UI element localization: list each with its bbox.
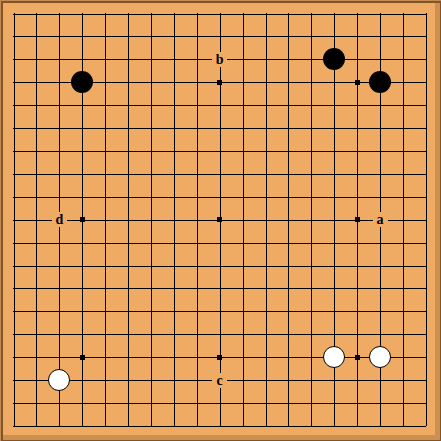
intersection[interactable] bbox=[346, 185, 369, 208]
intersection[interactable] bbox=[162, 392, 185, 415]
intersection[interactable] bbox=[208, 392, 231, 415]
intersection[interactable] bbox=[392, 231, 415, 254]
intersection[interactable] bbox=[162, 231, 185, 254]
intersection[interactable] bbox=[414, 94, 437, 117]
intersection[interactable] bbox=[231, 414, 254, 437]
intersection[interactable] bbox=[231, 48, 254, 71]
intersection[interactable] bbox=[254, 208, 277, 231]
intersection[interactable] bbox=[300, 162, 323, 185]
intersection[interactable] bbox=[71, 323, 94, 346]
intersection[interactable] bbox=[231, 208, 254, 231]
intersection[interactable] bbox=[392, 25, 415, 48]
intersection[interactable] bbox=[300, 254, 323, 277]
intersection[interactable] bbox=[48, 346, 71, 369]
intersection[interactable] bbox=[185, 369, 208, 392]
intersection[interactable] bbox=[208, 254, 231, 277]
intersection[interactable] bbox=[254, 323, 277, 346]
intersection[interactable] bbox=[369, 94, 392, 117]
intersection[interactable] bbox=[117, 94, 140, 117]
intersection[interactable] bbox=[300, 94, 323, 117]
intersection[interactable] bbox=[231, 369, 254, 392]
intersection[interactable] bbox=[2, 346, 25, 369]
intersection[interactable] bbox=[25, 414, 48, 437]
intersection[interactable]: a bbox=[369, 208, 392, 231]
intersection[interactable] bbox=[94, 414, 117, 437]
intersection[interactable] bbox=[414, 369, 437, 392]
intersection[interactable] bbox=[414, 25, 437, 48]
intersection[interactable] bbox=[369, 254, 392, 277]
intersection[interactable] bbox=[48, 162, 71, 185]
intersection[interactable] bbox=[117, 277, 140, 300]
intersection[interactable] bbox=[231, 231, 254, 254]
intersection[interactable] bbox=[254, 414, 277, 437]
intersection[interactable] bbox=[277, 208, 300, 231]
intersection[interactable] bbox=[94, 117, 117, 140]
intersection[interactable] bbox=[414, 346, 437, 369]
intersection[interactable] bbox=[185, 71, 208, 94]
intersection[interactable] bbox=[277, 2, 300, 25]
intersection[interactable] bbox=[140, 300, 163, 323]
intersection[interactable] bbox=[323, 25, 346, 48]
intersection[interactable] bbox=[94, 231, 117, 254]
intersection[interactable] bbox=[140, 254, 163, 277]
intersection[interactable] bbox=[2, 277, 25, 300]
intersection[interactable] bbox=[140, 140, 163, 163]
intersection[interactable] bbox=[185, 94, 208, 117]
intersection[interactable] bbox=[231, 2, 254, 25]
intersection[interactable] bbox=[208, 117, 231, 140]
intersection[interactable] bbox=[369, 2, 392, 25]
intersection[interactable] bbox=[414, 277, 437, 300]
intersection[interactable] bbox=[117, 208, 140, 231]
intersection[interactable] bbox=[254, 346, 277, 369]
intersection[interactable] bbox=[25, 162, 48, 185]
intersection[interactable] bbox=[25, 346, 48, 369]
intersection[interactable] bbox=[94, 94, 117, 117]
intersection[interactable] bbox=[185, 25, 208, 48]
intersection[interactable] bbox=[2, 231, 25, 254]
intersection[interactable] bbox=[25, 71, 48, 94]
intersection[interactable] bbox=[392, 48, 415, 71]
intersection[interactable] bbox=[323, 94, 346, 117]
intersection[interactable] bbox=[392, 254, 415, 277]
intersection[interactable] bbox=[25, 25, 48, 48]
intersection[interactable] bbox=[140, 25, 163, 48]
intersection[interactable] bbox=[369, 323, 392, 346]
intersection[interactable] bbox=[208, 346, 231, 369]
intersection[interactable] bbox=[254, 2, 277, 25]
intersection[interactable] bbox=[346, 231, 369, 254]
intersection[interactable] bbox=[48, 25, 71, 48]
intersection[interactable] bbox=[346, 71, 369, 94]
intersection[interactable] bbox=[94, 140, 117, 163]
intersection[interactable] bbox=[162, 254, 185, 277]
intersection[interactable] bbox=[25, 185, 48, 208]
intersection[interactable] bbox=[300, 140, 323, 163]
intersection[interactable] bbox=[48, 185, 71, 208]
intersection[interactable] bbox=[140, 231, 163, 254]
intersection[interactable] bbox=[117, 392, 140, 415]
intersection[interactable] bbox=[300, 208, 323, 231]
intersection[interactable] bbox=[231, 254, 254, 277]
intersection[interactable] bbox=[25, 140, 48, 163]
intersection[interactable] bbox=[162, 323, 185, 346]
intersection[interactable] bbox=[162, 2, 185, 25]
intersection[interactable] bbox=[185, 392, 208, 415]
intersection[interactable] bbox=[48, 300, 71, 323]
intersection[interactable] bbox=[71, 71, 94, 94]
intersection[interactable] bbox=[48, 71, 71, 94]
intersection[interactable] bbox=[2, 185, 25, 208]
intersection[interactable] bbox=[208, 277, 231, 300]
intersection[interactable] bbox=[185, 300, 208, 323]
intersection[interactable] bbox=[254, 117, 277, 140]
intersection[interactable] bbox=[208, 2, 231, 25]
intersection[interactable] bbox=[277, 94, 300, 117]
intersection[interactable] bbox=[369, 140, 392, 163]
intersection[interactable] bbox=[392, 300, 415, 323]
intersection[interactable] bbox=[185, 185, 208, 208]
intersection[interactable] bbox=[185, 323, 208, 346]
intersection[interactable] bbox=[254, 254, 277, 277]
intersection[interactable] bbox=[369, 346, 392, 369]
intersection[interactable] bbox=[25, 392, 48, 415]
intersection[interactable] bbox=[300, 392, 323, 415]
intersection[interactable] bbox=[48, 48, 71, 71]
intersection[interactable] bbox=[414, 254, 437, 277]
intersection[interactable] bbox=[254, 277, 277, 300]
intersection[interactable] bbox=[277, 277, 300, 300]
intersection[interactable] bbox=[277, 71, 300, 94]
intersection[interactable] bbox=[48, 392, 71, 415]
intersection[interactable] bbox=[140, 162, 163, 185]
intersection[interactable] bbox=[2, 300, 25, 323]
intersection[interactable] bbox=[94, 2, 117, 25]
intersection[interactable] bbox=[414, 140, 437, 163]
intersection[interactable] bbox=[48, 277, 71, 300]
intersection[interactable] bbox=[117, 185, 140, 208]
intersection[interactable] bbox=[231, 94, 254, 117]
intersection[interactable] bbox=[48, 254, 71, 277]
intersection[interactable] bbox=[254, 300, 277, 323]
intersection[interactable] bbox=[208, 231, 231, 254]
intersection[interactable] bbox=[231, 346, 254, 369]
intersection[interactable] bbox=[117, 140, 140, 163]
intersection[interactable] bbox=[162, 208, 185, 231]
intersection[interactable] bbox=[94, 162, 117, 185]
intersection[interactable] bbox=[323, 231, 346, 254]
intersection[interactable] bbox=[300, 48, 323, 71]
intersection[interactable] bbox=[71, 392, 94, 415]
intersection[interactable] bbox=[346, 94, 369, 117]
intersection[interactable] bbox=[162, 162, 185, 185]
intersection[interactable] bbox=[25, 48, 48, 71]
intersection[interactable] bbox=[323, 117, 346, 140]
intersection[interactable] bbox=[162, 140, 185, 163]
intersection[interactable] bbox=[323, 300, 346, 323]
intersection[interactable] bbox=[323, 323, 346, 346]
intersection[interactable] bbox=[2, 162, 25, 185]
intersection[interactable] bbox=[369, 48, 392, 71]
intersection[interactable] bbox=[392, 2, 415, 25]
intersection[interactable] bbox=[300, 369, 323, 392]
intersection[interactable] bbox=[208, 208, 231, 231]
intersection[interactable] bbox=[300, 71, 323, 94]
intersection[interactable] bbox=[346, 300, 369, 323]
intersection[interactable] bbox=[414, 323, 437, 346]
intersection[interactable] bbox=[2, 2, 25, 25]
intersection[interactable] bbox=[392, 392, 415, 415]
intersection[interactable] bbox=[25, 254, 48, 277]
intersection[interactable] bbox=[117, 25, 140, 48]
intersection[interactable] bbox=[231, 323, 254, 346]
intersection[interactable] bbox=[414, 414, 437, 437]
intersection[interactable] bbox=[25, 300, 48, 323]
intersection[interactable] bbox=[71, 277, 94, 300]
intersection[interactable] bbox=[323, 140, 346, 163]
intersection[interactable] bbox=[94, 346, 117, 369]
intersection[interactable] bbox=[208, 140, 231, 163]
intersection[interactable] bbox=[140, 346, 163, 369]
intersection[interactable] bbox=[323, 48, 346, 71]
intersection[interactable] bbox=[117, 369, 140, 392]
intersection[interactable] bbox=[231, 140, 254, 163]
intersection[interactable] bbox=[346, 2, 369, 25]
intersection[interactable]: b bbox=[208, 48, 231, 71]
intersection[interactable] bbox=[185, 346, 208, 369]
intersection[interactable] bbox=[48, 140, 71, 163]
intersection[interactable] bbox=[414, 300, 437, 323]
intersection[interactable] bbox=[323, 414, 346, 437]
intersection[interactable] bbox=[117, 346, 140, 369]
intersection[interactable] bbox=[231, 162, 254, 185]
intersection[interactable] bbox=[117, 71, 140, 94]
intersection[interactable] bbox=[346, 208, 369, 231]
intersection[interactable] bbox=[117, 2, 140, 25]
intersection[interactable] bbox=[140, 392, 163, 415]
intersection[interactable] bbox=[94, 208, 117, 231]
intersection[interactable] bbox=[140, 71, 163, 94]
intersection[interactable] bbox=[392, 185, 415, 208]
intersection[interactable] bbox=[94, 71, 117, 94]
intersection[interactable] bbox=[300, 185, 323, 208]
intersection[interactable] bbox=[346, 25, 369, 48]
intersection[interactable] bbox=[300, 323, 323, 346]
intersection[interactable] bbox=[323, 2, 346, 25]
intersection[interactable] bbox=[48, 94, 71, 117]
intersection[interactable] bbox=[346, 369, 369, 392]
intersection[interactable] bbox=[346, 254, 369, 277]
intersection[interactable] bbox=[185, 48, 208, 71]
intersection[interactable] bbox=[185, 117, 208, 140]
intersection[interactable] bbox=[392, 277, 415, 300]
intersection[interactable] bbox=[369, 162, 392, 185]
intersection[interactable] bbox=[117, 117, 140, 140]
intersection[interactable] bbox=[254, 162, 277, 185]
intersection[interactable] bbox=[94, 277, 117, 300]
intersection[interactable] bbox=[71, 25, 94, 48]
intersection[interactable] bbox=[231, 277, 254, 300]
intersection[interactable] bbox=[277, 231, 300, 254]
intersection[interactable] bbox=[162, 346, 185, 369]
intersection[interactable] bbox=[25, 2, 48, 25]
intersection[interactable] bbox=[277, 25, 300, 48]
intersection[interactable] bbox=[208, 300, 231, 323]
intersection[interactable] bbox=[2, 71, 25, 94]
intersection[interactable] bbox=[346, 323, 369, 346]
intersection[interactable] bbox=[277, 185, 300, 208]
intersection[interactable] bbox=[392, 94, 415, 117]
intersection[interactable] bbox=[300, 300, 323, 323]
intersection[interactable] bbox=[162, 369, 185, 392]
intersection[interactable] bbox=[254, 140, 277, 163]
intersection[interactable] bbox=[71, 346, 94, 369]
intersection[interactable] bbox=[346, 162, 369, 185]
intersection[interactable] bbox=[117, 254, 140, 277]
intersection[interactable] bbox=[300, 277, 323, 300]
intersection[interactable] bbox=[2, 94, 25, 117]
intersection[interactable] bbox=[323, 185, 346, 208]
intersection[interactable] bbox=[277, 414, 300, 437]
intersection[interactable] bbox=[300, 346, 323, 369]
intersection[interactable] bbox=[25, 117, 48, 140]
intersection[interactable] bbox=[277, 254, 300, 277]
intersection[interactable] bbox=[369, 117, 392, 140]
intersection[interactable] bbox=[300, 117, 323, 140]
intersection[interactable] bbox=[323, 254, 346, 277]
intersection[interactable] bbox=[162, 25, 185, 48]
intersection[interactable] bbox=[185, 2, 208, 25]
intersection[interactable] bbox=[117, 414, 140, 437]
intersection[interactable] bbox=[346, 414, 369, 437]
intersection[interactable] bbox=[140, 208, 163, 231]
intersection[interactable] bbox=[2, 392, 25, 415]
intersection[interactable] bbox=[208, 414, 231, 437]
intersection[interactable] bbox=[2, 25, 25, 48]
intersection[interactable] bbox=[369, 231, 392, 254]
intersection[interactable] bbox=[300, 2, 323, 25]
intersection[interactable] bbox=[2, 48, 25, 71]
intersection[interactable] bbox=[414, 48, 437, 71]
intersection[interactable] bbox=[414, 2, 437, 25]
intersection[interactable] bbox=[140, 117, 163, 140]
intersection[interactable] bbox=[117, 48, 140, 71]
intersection[interactable] bbox=[71, 94, 94, 117]
intersection[interactable] bbox=[2, 369, 25, 392]
intersection[interactable] bbox=[94, 254, 117, 277]
intersection[interactable] bbox=[94, 25, 117, 48]
intersection[interactable] bbox=[48, 369, 71, 392]
intersection[interactable] bbox=[346, 117, 369, 140]
intersection[interactable] bbox=[162, 48, 185, 71]
intersection[interactable] bbox=[140, 48, 163, 71]
intersection[interactable] bbox=[117, 323, 140, 346]
intersection[interactable]: c bbox=[208, 369, 231, 392]
intersection[interactable] bbox=[208, 323, 231, 346]
intersection[interactable] bbox=[392, 414, 415, 437]
intersection[interactable] bbox=[117, 300, 140, 323]
intersection[interactable] bbox=[140, 94, 163, 117]
intersection[interactable] bbox=[277, 300, 300, 323]
intersection[interactable] bbox=[414, 117, 437, 140]
intersection[interactable] bbox=[162, 117, 185, 140]
intersection[interactable] bbox=[25, 277, 48, 300]
intersection[interactable] bbox=[231, 392, 254, 415]
intersection[interactable] bbox=[346, 346, 369, 369]
intersection[interactable] bbox=[71, 369, 94, 392]
intersection[interactable] bbox=[140, 414, 163, 437]
intersection[interactable] bbox=[392, 117, 415, 140]
intersection[interactable] bbox=[392, 323, 415, 346]
intersection[interactable] bbox=[25, 94, 48, 117]
intersection[interactable] bbox=[48, 117, 71, 140]
intersection[interactable] bbox=[323, 392, 346, 415]
intersection[interactable] bbox=[94, 48, 117, 71]
intersection[interactable] bbox=[162, 71, 185, 94]
intersection[interactable] bbox=[208, 25, 231, 48]
intersection[interactable] bbox=[369, 414, 392, 437]
intersection[interactable] bbox=[414, 71, 437, 94]
intersection[interactable] bbox=[277, 162, 300, 185]
intersection[interactable] bbox=[346, 392, 369, 415]
intersection[interactable] bbox=[208, 71, 231, 94]
intersection[interactable] bbox=[2, 323, 25, 346]
intersection[interactable] bbox=[231, 71, 254, 94]
intersection[interactable] bbox=[162, 185, 185, 208]
intersection[interactable] bbox=[369, 300, 392, 323]
intersection[interactable] bbox=[117, 231, 140, 254]
intersection[interactable] bbox=[277, 346, 300, 369]
intersection[interactable] bbox=[162, 414, 185, 437]
intersection[interactable] bbox=[71, 140, 94, 163]
intersection[interactable] bbox=[94, 369, 117, 392]
intersection[interactable] bbox=[48, 323, 71, 346]
intersection[interactable] bbox=[117, 162, 140, 185]
intersection[interactable] bbox=[300, 25, 323, 48]
intersection[interactable] bbox=[254, 25, 277, 48]
intersection[interactable] bbox=[25, 323, 48, 346]
intersection[interactable] bbox=[231, 300, 254, 323]
intersection[interactable] bbox=[94, 392, 117, 415]
intersection[interactable]: d bbox=[48, 208, 71, 231]
intersection[interactable] bbox=[71, 300, 94, 323]
intersection[interactable] bbox=[140, 185, 163, 208]
intersection[interactable] bbox=[323, 369, 346, 392]
intersection[interactable] bbox=[2, 414, 25, 437]
intersection[interactable] bbox=[254, 71, 277, 94]
intersection[interactable] bbox=[300, 414, 323, 437]
intersection[interactable] bbox=[414, 392, 437, 415]
intersection[interactable] bbox=[392, 346, 415, 369]
intersection[interactable] bbox=[414, 231, 437, 254]
intersection[interactable] bbox=[277, 323, 300, 346]
intersection[interactable] bbox=[2, 117, 25, 140]
intersection[interactable] bbox=[346, 277, 369, 300]
intersection[interactable] bbox=[2, 208, 25, 231]
intersection[interactable] bbox=[140, 277, 163, 300]
intersection[interactable] bbox=[48, 2, 71, 25]
intersection[interactable] bbox=[185, 277, 208, 300]
intersection[interactable] bbox=[71, 2, 94, 25]
intersection[interactable] bbox=[323, 162, 346, 185]
intersection[interactable] bbox=[369, 277, 392, 300]
intersection[interactable] bbox=[185, 414, 208, 437]
intersection[interactable] bbox=[71, 162, 94, 185]
intersection[interactable] bbox=[71, 185, 94, 208]
intersection[interactable] bbox=[208, 162, 231, 185]
intersection[interactable] bbox=[48, 231, 71, 254]
intersection[interactable] bbox=[254, 185, 277, 208]
